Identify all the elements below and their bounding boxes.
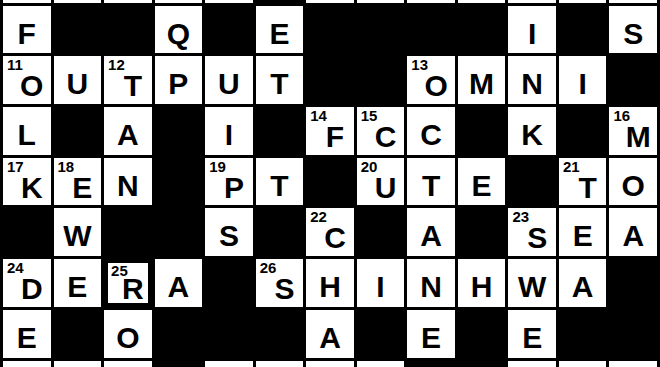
cell-r5-c5 — [256, 208, 304, 256]
cell-letter: O — [609, 162, 657, 210]
cell-r8-c10[interactable] — [508, 361, 556, 367]
cell-letter: C — [311, 214, 359, 262]
cell-r3-c4[interactable]: I — [205, 107, 253, 155]
cell-r1-c11 — [559, 6, 607, 54]
cell-r2-c11[interactable]: I — [559, 56, 607, 104]
cell-r8-c2[interactable] — [104, 361, 152, 367]
cell-r1-c9 — [458, 6, 506, 54]
cell-letter: E — [508, 314, 556, 362]
cell-letter: E — [559, 212, 607, 260]
cell-letter: F — [3, 10, 51, 58]
cell-r4-c11[interactable]: 21T — [559, 158, 607, 206]
cell-r4-c5[interactable]: T — [256, 158, 304, 206]
cell-r4-c1[interactable]: 18E — [54, 158, 102, 206]
cell-letter: K — [508, 111, 556, 159]
cell-r2-c12 — [609, 56, 657, 104]
cell-letter: T — [564, 164, 612, 212]
cell-r4-c8[interactable]: T — [407, 158, 455, 206]
cell-r5-c0 — [3, 208, 51, 256]
cell-r6-c3[interactable]: A — [155, 259, 203, 307]
cell-r7-c11 — [559, 310, 607, 358]
cell-r7-c8[interactable]: E — [407, 310, 455, 358]
cell-letter: P — [155, 60, 203, 108]
cell-r7-c12 — [609, 310, 657, 358]
cell-r3-c11 — [559, 107, 607, 155]
cell-r6-c7[interactable]: I — [357, 259, 405, 307]
cell-r2-c7 — [357, 56, 405, 104]
cell-r1-c0[interactable]: F — [3, 6, 51, 54]
cell-letter: F — [311, 113, 359, 161]
cell-letter: A — [306, 314, 354, 362]
cell-r3-c9 — [458, 107, 506, 155]
cell-r1-c2 — [104, 6, 152, 54]
cell-r7-c4 — [205, 310, 253, 358]
cell-r8-c7[interactable] — [357, 361, 405, 367]
cell-r4-c12[interactable]: O — [609, 158, 657, 206]
cell-letter: K — [8, 164, 56, 212]
cell-r0-c0[interactable] — [3, 0, 51, 3]
cell-r4-c2[interactable]: N — [104, 158, 152, 206]
cell-r5-c2 — [104, 208, 152, 256]
cell-letter: O — [104, 314, 152, 362]
cell-r4-c0[interactable]: 17K — [3, 158, 51, 206]
cell-r4-c4[interactable]: 19P — [205, 158, 253, 206]
cell-r7-c2[interactable]: O — [104, 310, 152, 358]
cell-r1-c10[interactable]: I — [508, 6, 556, 54]
cell-r0-c1[interactable] — [54, 0, 102, 3]
cell-letter: H — [458, 263, 506, 311]
cell-r7-c1 — [54, 310, 102, 358]
cell-r3-c12[interactable]: 16M — [609, 107, 657, 155]
cell-r5-c3 — [155, 208, 203, 256]
cell-letter: C — [362, 113, 410, 161]
cell-letter: O — [412, 62, 460, 110]
cell-r7-c10[interactable]: E — [508, 310, 556, 358]
cell-r7-c6[interactable]: A — [306, 310, 354, 358]
cell-r1-c5[interactable]: E — [256, 6, 304, 54]
cell-letter: C — [407, 111, 455, 159]
cell-letter: D — [8, 265, 56, 313]
cell-r7-c0[interactable]: E — [3, 310, 51, 358]
cell-letter: E — [407, 314, 455, 362]
cell-r5-c11[interactable]: E — [559, 208, 607, 256]
cell-letter: W — [508, 263, 556, 311]
cell-r3-c0[interactable]: L — [3, 107, 51, 155]
cell-letter: S — [513, 214, 561, 262]
crossword-grid: FQEIS11OU12TPUT13OMNILAI14F15CCK16M17K18… — [0, 0, 660, 367]
cell-r6-c5[interactable]: 26S — [256, 259, 304, 307]
cell-r1-c3[interactable]: Q — [155, 6, 203, 54]
cell-r2-c4[interactable]: U — [205, 56, 253, 104]
cell-letter: N — [407, 263, 455, 311]
cell-r0-c7[interactable] — [357, 0, 405, 3]
cell-r8-c3 — [155, 361, 203, 367]
cell-letter: S — [609, 10, 657, 58]
cell-r8-c1[interactable] — [54, 361, 102, 367]
cell-letter: S — [205, 212, 253, 260]
cell-letter: E — [458, 162, 506, 210]
cell-letter: E — [54, 263, 102, 311]
cell-r1-c7 — [357, 6, 405, 54]
cell-r2-c6 — [306, 56, 354, 104]
cell-r7-c5 — [256, 310, 304, 358]
cell-r2-c10[interactable]: N — [508, 56, 556, 104]
cell-r2-c0[interactable]: 11O — [3, 56, 51, 104]
cell-letter: A — [407, 212, 455, 260]
cell-r5-c7 — [357, 208, 405, 256]
cell-r7-c7 — [357, 310, 405, 358]
cell-letter: T — [407, 162, 455, 210]
cell-r5-c10[interactable]: 23S — [508, 208, 556, 256]
cell-r3-c5 — [256, 107, 304, 155]
cell-r5-c12[interactable]: A — [609, 208, 657, 256]
cell-r8-c4[interactable] — [205, 361, 253, 367]
cell-letter: E — [59, 164, 107, 212]
cell-r6-c1[interactable]: E — [54, 259, 102, 307]
cell-r8-c11[interactable] — [559, 361, 607, 367]
cell-r0-c10[interactable] — [508, 0, 556, 3]
cell-r1-c6 — [306, 6, 354, 54]
cell-r5-c8[interactable]: A — [407, 208, 455, 256]
cell-r0-c9[interactable] — [458, 0, 506, 3]
cell-r4-c6 — [306, 158, 354, 206]
cell-r0-c4[interactable] — [205, 0, 253, 3]
cell-letter: T — [256, 60, 304, 108]
cell-r6-c12 — [609, 259, 657, 307]
cell-letter: N — [104, 162, 152, 210]
cell-r0-c12[interactable] — [609, 0, 657, 3]
cell-r8-c0[interactable] — [3, 361, 51, 367]
cell-r7-c3 — [155, 310, 203, 358]
cell-letter: N — [508, 60, 556, 108]
cell-r0-c2[interactable] — [104, 0, 152, 3]
cell-r2-c8[interactable]: 13O — [407, 56, 455, 104]
cell-letter: U — [362, 164, 410, 212]
cell-r6-c2[interactable]: 25R — [104, 259, 152, 307]
cell-letter: L — [3, 111, 51, 159]
cell-letter: A — [104, 111, 152, 159]
cell-r4-c10 — [508, 158, 556, 206]
cell-r1-c1 — [54, 6, 102, 54]
cell-r8-c8 — [407, 361, 455, 367]
cell-r6-c9[interactable]: H — [458, 259, 506, 307]
cell-r5-c4[interactable]: S — [205, 208, 253, 256]
cell-letter: A — [609, 212, 657, 260]
cell-letter: P — [210, 164, 258, 212]
cell-r1-c4 — [205, 6, 253, 54]
cell-letter: A — [155, 263, 203, 311]
cell-r3-c7[interactable]: 15C — [357, 107, 405, 155]
cell-r0-c11[interactable] — [559, 0, 607, 3]
cell-r1-c8 — [407, 6, 455, 54]
cell-r2-c1[interactable]: U — [54, 56, 102, 104]
cell-letter: I — [205, 111, 253, 159]
cell-r2-c9[interactable]: M — [458, 56, 506, 104]
cell-r3-c1 — [54, 107, 102, 155]
cell-letter: S — [261, 265, 309, 313]
cell-r5-c6[interactable]: 22C — [306, 208, 354, 256]
cell-letter: I — [559, 60, 607, 108]
cell-letter: U — [205, 60, 253, 108]
cell-r3-c8[interactable]: C — [407, 107, 455, 155]
cell-r2-c5[interactable]: T — [256, 56, 304, 104]
cell-r4-c7[interactable]: 20U — [357, 158, 405, 206]
cell-r4-c9[interactable]: E — [458, 158, 506, 206]
cell-letter: I — [357, 263, 405, 311]
cell-r0-c8[interactable] — [407, 0, 455, 3]
cell-r6-c4 — [205, 259, 253, 307]
cell-r3-c6[interactable]: 14F — [306, 107, 354, 155]
cell-r8-c12[interactable] — [609, 361, 657, 367]
cell-letter: E — [3, 314, 51, 362]
cell-r6-c0[interactable]: 24D — [3, 259, 51, 307]
cell-r3-c3 — [155, 107, 203, 155]
cell-r8-c5[interactable] — [256, 361, 304, 367]
cell-letter: R — [109, 265, 157, 313]
cell-letter: E — [256, 10, 304, 58]
cell-letter: I — [508, 10, 556, 58]
cell-letter: U — [54, 60, 102, 108]
cell-r0-c3[interactable] — [155, 0, 203, 3]
cell-letter: H — [306, 263, 354, 311]
cell-r7-c9 — [458, 310, 506, 358]
cell-r5-c9 — [458, 208, 506, 256]
cell-letter: A — [559, 263, 607, 311]
cell-r6-c6[interactable]: H — [306, 259, 354, 307]
cell-letter: Q — [155, 10, 203, 58]
cell-r0-c5 — [256, 0, 304, 3]
cell-r4-c3 — [155, 158, 203, 206]
cell-r6-c10[interactable]: W — [508, 259, 556, 307]
cell-r1-c12[interactable]: S — [609, 6, 657, 54]
cell-r2-c3[interactable]: P — [155, 56, 203, 104]
cell-r6-c11[interactable]: A — [559, 259, 607, 307]
cell-r6-c8[interactable]: N — [407, 259, 455, 307]
cell-r3-c2[interactable]: A — [104, 107, 152, 155]
cell-r0-c6[interactable] — [306, 0, 354, 3]
cell-r5-c1[interactable]: W — [54, 208, 102, 256]
cell-r8-c9 — [458, 361, 506, 367]
cell-letter: O — [8, 62, 56, 110]
cell-letter: T — [109, 62, 157, 110]
cell-letter: M — [614, 113, 660, 161]
cell-r2-c2[interactable]: 12T — [104, 56, 152, 104]
cell-r8-c6[interactable] — [306, 361, 354, 367]
cell-letter: M — [458, 60, 506, 108]
cell-r3-c10[interactable]: K — [508, 107, 556, 155]
cell-letter: T — [256, 162, 304, 210]
cell-letter: W — [54, 212, 102, 260]
